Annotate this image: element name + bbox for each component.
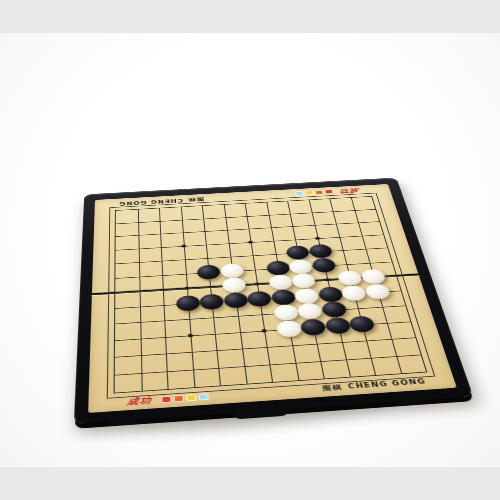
black-stone: ●	[285, 245, 310, 260]
brand-logo-chips	[161, 393, 209, 403]
board-surface: ●●●●●●●●●●●●●●●●●●●●●●●●●●●● 围棋 CHENG GO…	[88, 184, 457, 413]
white-stone: ●	[273, 304, 299, 321]
black-stone: ●	[247, 290, 273, 306]
logo-chip-icon	[324, 190, 333, 194]
black-stone: ●	[270, 289, 296, 305]
logo-chip-icon	[198, 393, 209, 400]
logo-chip-icon	[305, 191, 314, 195]
black-stone: ●	[348, 315, 376, 332]
logo-chip-icon	[161, 396, 171, 403]
black-stone: ●	[308, 244, 333, 259]
white-stone: ●	[340, 285, 367, 301]
white-stone: ●	[364, 283, 391, 299]
logo-chip-icon	[295, 191, 304, 195]
grid-line-vertical	[159, 208, 169, 389]
star-point	[187, 333, 193, 337]
white-stone: ●	[337, 270, 363, 286]
black-stone: ●	[199, 293, 224, 309]
black-stone: ●	[324, 317, 351, 334]
logo-chip-icon	[315, 190, 324, 194]
white-stone: ●	[275, 320, 302, 337]
logo-chip-icon	[173, 395, 184, 402]
brand-script-text: 成功	[340, 187, 360, 195]
star-point	[184, 287, 189, 290]
star-point	[248, 240, 253, 243]
product-photo-area: ●●●●●●●●●●●●●●●●●●●●●●●●●●●● 围棋 CHENG GO…	[0, 33, 500, 467]
logo-chip-icon	[186, 394, 197, 401]
brand-text-top-left-inverted: 围棋 CHENG GONG	[119, 196, 204, 206]
star-point	[181, 244, 186, 247]
star-point	[254, 282, 259, 285]
white-stone: ●	[221, 277, 246, 293]
black-stone: ●	[320, 301, 347, 318]
grid-line-vertical	[137, 210, 142, 391]
black-stone: ●	[300, 318, 327, 335]
black-stone: ●	[317, 286, 343, 302]
white-stone: ●	[220, 263, 244, 278]
black-stone: ●	[311, 258, 337, 273]
black-stone: ●	[175, 295, 200, 311]
board-grid: ●●●●●●●●●●●●●●●●●●●●●●●●●●●●	[114, 196, 428, 393]
letterbox-top-bar	[0, 0, 500, 33]
brand-strip-top-right-inverted: 成功	[295, 187, 361, 198]
go-board: ●●●●●●●●●●●●●●●●●●●●●●●●●●●● 围棋 CHENG GO…	[74, 178, 473, 424]
white-stone: ●	[360, 269, 387, 285]
black-stone: ●	[265, 260, 290, 275]
black-stone: ●	[197, 264, 221, 279]
star-point	[324, 278, 330, 281]
white-stone: ●	[268, 274, 293, 290]
white-stone: ●	[291, 273, 317, 289]
star-point	[261, 329, 267, 333]
white-stone: ●	[294, 288, 320, 304]
brand-logo-chips	[295, 190, 333, 196]
white-stone: ●	[297, 303, 324, 320]
letterbox-bottom-bar	[0, 467, 500, 500]
brand-text-bottom-right: 围棋 CHENG GONG	[322, 377, 427, 393]
black-stone: ●	[223, 292, 248, 308]
brand-strip-bottom-left: 成功	[127, 391, 209, 408]
star-point	[314, 237, 319, 240]
brand-script-text: 成功	[126, 395, 153, 408]
white-stone: ●	[288, 259, 313, 274]
board-frame: ●●●●●●●●●●●●●●●●●●●●●●●●●●●● 围棋 CHENG GO…	[74, 178, 473, 424]
